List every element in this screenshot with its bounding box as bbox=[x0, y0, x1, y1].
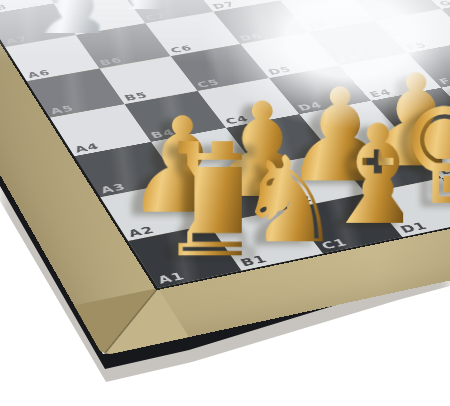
square-a1[interactable]: A1♜♜ bbox=[128, 225, 241, 288]
top-defocus-haze bbox=[0, 0, 450, 70]
chess-board-photo: A8B8C8D8E8F8G8H8A7B7C7D7E7F7G7H7A6♟B6♟C6… bbox=[0, 0, 450, 406]
square-label: A5 bbox=[49, 105, 76, 116]
piece-gold-rook-a1[interactable]: ♜ bbox=[153, 126, 242, 275]
